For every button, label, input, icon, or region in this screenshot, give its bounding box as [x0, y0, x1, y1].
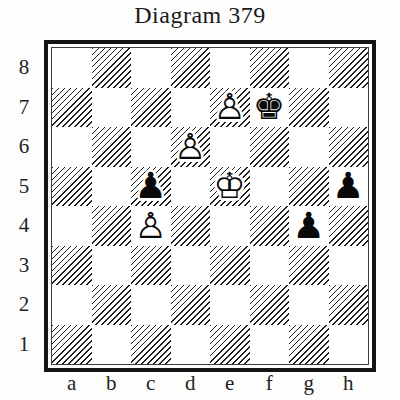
square-f8: [250, 48, 290, 88]
square-c1: [131, 325, 171, 365]
square-a3: [52, 246, 92, 286]
square-d4: [171, 206, 211, 246]
square-e8: [210, 48, 250, 88]
square-g6: [289, 127, 329, 167]
square-g7: [289, 88, 329, 128]
square-f2: [250, 285, 290, 325]
square-e7: ♟♙: [210, 88, 250, 128]
file-label-f: f: [250, 371, 290, 396]
square-b2: [92, 285, 132, 325]
square-f3: [250, 246, 290, 286]
square-g3: [289, 246, 329, 286]
square-a5: [52, 167, 92, 207]
square-a6: [52, 127, 92, 167]
piece-black-pawn: ♟♟: [135, 168, 167, 204]
square-f6: [250, 127, 290, 167]
rank-label-2: 2: [10, 285, 38, 325]
file-labels: abcdefgh: [52, 371, 368, 396]
square-e3: [210, 246, 250, 286]
square-g2: [289, 285, 329, 325]
square-e4: [210, 206, 250, 246]
rank-label-7: 7: [10, 88, 38, 128]
square-g8: [289, 48, 329, 88]
square-f1: [250, 325, 290, 365]
piece-black-pawn: ♟♟: [293, 208, 325, 244]
square-h1: [329, 325, 369, 365]
square-e6: [210, 127, 250, 167]
square-a4: [52, 206, 92, 246]
square-d3: [171, 246, 211, 286]
piece-white-pawn: ♟♙: [214, 89, 246, 125]
file-label-a: a: [52, 371, 92, 396]
square-c3: [131, 246, 171, 286]
rank-label-4: 4: [10, 206, 38, 246]
square-a1: [52, 325, 92, 365]
square-d2: [171, 285, 211, 325]
square-g4: ♟♟: [289, 206, 329, 246]
square-b5: [92, 167, 132, 207]
square-a2: [52, 285, 92, 325]
square-e5: ♚♔: [210, 167, 250, 207]
square-a8: [52, 48, 92, 88]
square-g5: [289, 167, 329, 207]
square-h7: [329, 88, 369, 128]
rank-label-8: 8: [10, 48, 38, 88]
square-h4: [329, 206, 369, 246]
file-label-e: e: [210, 371, 250, 396]
square-b1: [92, 325, 132, 365]
rank-labels: 87654321: [10, 48, 38, 364]
square-d8: [171, 48, 211, 88]
piece-black-pawn: ♟♟: [332, 168, 364, 204]
rank-label-3: 3: [10, 246, 38, 286]
piece-white-king: ♚♔: [214, 168, 246, 204]
file-label-b: b: [92, 371, 132, 396]
file-label-c: c: [131, 371, 171, 396]
piece-white-pawn: ♟♙: [135, 208, 167, 244]
rank-label-1: 1: [10, 325, 38, 365]
rank-label-5: 5: [10, 167, 38, 207]
square-h5: ♟♟: [329, 167, 369, 207]
square-f7: ♚♚: [250, 88, 290, 128]
chess-board-frame: ♟♙♚♚♟♙♟♟♚♔♟♟♟♙♟♟: [44, 40, 376, 372]
square-h8: [329, 48, 369, 88]
square-b6: [92, 127, 132, 167]
file-label-d: d: [171, 371, 211, 396]
square-h3: [329, 246, 369, 286]
square-c8: [131, 48, 171, 88]
rank-label-6: 6: [10, 127, 38, 167]
chess-board: ♟♙♚♚♟♙♟♟♚♔♟♟♟♙♟♟: [51, 47, 369, 365]
square-c7: [131, 88, 171, 128]
file-label-g: g: [289, 371, 329, 396]
square-e1: [210, 325, 250, 365]
square-e2: [210, 285, 250, 325]
square-a7: [52, 88, 92, 128]
square-c5: ♟♟: [131, 167, 171, 207]
square-h6: [329, 127, 369, 167]
square-d5: [171, 167, 211, 207]
piece-black-king: ♚♚: [253, 89, 285, 125]
square-b7: [92, 88, 132, 128]
square-b3: [92, 246, 132, 286]
square-d1: [171, 325, 211, 365]
square-c4: ♟♙: [131, 206, 171, 246]
piece-white-pawn: ♟♙: [174, 129, 206, 165]
square-c6: [131, 127, 171, 167]
square-f4: [250, 206, 290, 246]
square-d6: ♟♙: [171, 127, 211, 167]
square-b8: [92, 48, 132, 88]
square-b4: [92, 206, 132, 246]
square-f5: [250, 167, 290, 207]
diagram-title: Diagram 379: [0, 2, 400, 29]
square-g1: [289, 325, 329, 365]
square-c2: [131, 285, 171, 325]
square-h2: [329, 285, 369, 325]
square-d7: [171, 88, 211, 128]
file-label-h: h: [329, 371, 369, 396]
